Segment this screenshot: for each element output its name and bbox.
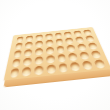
pit-r5-c6[interactable] — [70, 62, 81, 71]
pit-r1-c4[interactable] — [45, 33, 52, 39]
pit-r5-c5[interactable] — [58, 63, 68, 72]
photo-background — [0, 0, 110, 110]
pit-r3-c1[interactable] — [13, 50, 22, 58]
pit-r5-c4[interactable] — [46, 64, 55, 73]
pit-r3-c7[interactable] — [77, 44, 87, 51]
pit-r4-c4[interactable] — [46, 55, 55, 63]
pit-r2-c2[interactable] — [25, 42, 33, 49]
pit-r3-c3[interactable] — [35, 48, 43, 56]
pit-r2-c6[interactable] — [65, 38, 74, 45]
pit-r2-c8[interactable] — [85, 36, 95, 43]
pit-r2-c4[interactable] — [45, 40, 53, 47]
pit-r1-c6[interactable] — [64, 31, 72, 37]
pit-r1-c3[interactable] — [36, 34, 43, 40]
pit-r4-c3[interactable] — [35, 56, 43, 64]
pit-r1-c8[interactable] — [83, 29, 92, 35]
pit-r2-c7[interactable] — [75, 37, 84, 44]
pit-r4-c1[interactable] — [11, 58, 20, 67]
pit-r4-c7[interactable] — [79, 52, 89, 60]
pit-r5-c1[interactable] — [9, 68, 19, 78]
pit-r4-c8[interactable] — [90, 50, 101, 58]
pit-r5-c8[interactable] — [93, 59, 105, 68]
pit-r1-c7[interactable] — [73, 30, 82, 36]
pit-r1-c5[interactable] — [55, 32, 63, 38]
pit-r5-c3[interactable] — [34, 65, 43, 75]
pit-r3-c4[interactable] — [46, 47, 54, 54]
pit-r3-c6[interactable] — [67, 45, 76, 52]
pit-r3-c2[interactable] — [24, 49, 32, 57]
pit-r2-c1[interactable] — [15, 43, 23, 50]
pit-r3-c8[interactable] — [87, 43, 97, 50]
pit-r3-c5[interactable] — [56, 46, 65, 53]
pit-r4-c6[interactable] — [68, 53, 78, 61]
game-board — [3, 27, 110, 81]
pit-r5-c7[interactable] — [82, 60, 93, 69]
pit-r2-c5[interactable] — [55, 39, 63, 46]
pit-r4-c5[interactable] — [57, 54, 66, 62]
pit-r5-c2[interactable] — [22, 67, 31, 77]
pit-r2-c3[interactable] — [35, 41, 42, 48]
pit-r1-c1[interactable] — [16, 36, 24, 42]
pit-r1-c2[interactable] — [26, 35, 33, 41]
pit-r4-c2[interactable] — [23, 57, 32, 65]
